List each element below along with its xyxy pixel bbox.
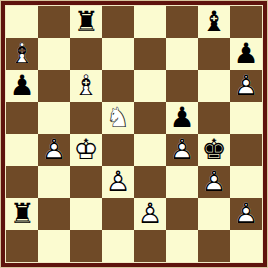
square-c5[interactable] bbox=[70, 102, 102, 134]
square-f6[interactable] bbox=[166, 70, 198, 102]
board-outer-edge: ♜♝♝♗♟♟♝♗♟♙♞♘♟♟♙♚♔♟♙♚♟♙♟♙♜♟♙♟♙ bbox=[0, 0, 268, 268]
white-pawn-outline: ♙ bbox=[198, 166, 230, 198]
black-pawn-piece: ♟ bbox=[166, 102, 198, 134]
square-h3[interactable] bbox=[230, 166, 262, 198]
square-h6[interactable]: ♟♙ bbox=[230, 70, 262, 102]
square-e6[interactable] bbox=[134, 70, 166, 102]
square-f1[interactable] bbox=[166, 230, 198, 262]
white-pawn-piece: ♟ bbox=[134, 198, 166, 230]
white-knight-outline: ♘ bbox=[102, 102, 134, 134]
white-bishop-piece: ♝ bbox=[70, 70, 102, 102]
white-bishop-piece: ♝ bbox=[6, 38, 38, 70]
white-king-piece: ♚ bbox=[70, 134, 102, 166]
square-c6[interactable]: ♝♗ bbox=[70, 70, 102, 102]
white-pawn-outline: ♙ bbox=[102, 166, 134, 198]
square-d6[interactable] bbox=[102, 70, 134, 102]
square-c8[interactable]: ♜ bbox=[70, 6, 102, 38]
square-d3[interactable]: ♟♙ bbox=[102, 166, 134, 198]
black-rook-piece: ♜ bbox=[70, 6, 102, 38]
white-pawn-piece: ♟ bbox=[38, 134, 70, 166]
black-pawn-piece: ♟ bbox=[6, 70, 38, 102]
square-b6[interactable] bbox=[38, 70, 70, 102]
square-b8[interactable] bbox=[38, 6, 70, 38]
square-b1[interactable] bbox=[38, 230, 70, 262]
square-a4[interactable] bbox=[6, 134, 38, 166]
square-f5[interactable]: ♟ bbox=[166, 102, 198, 134]
square-b4[interactable]: ♟♙ bbox=[38, 134, 70, 166]
square-h4[interactable] bbox=[230, 134, 262, 166]
square-a2[interactable]: ♜ bbox=[6, 198, 38, 230]
white-pawn-piece: ♟ bbox=[198, 166, 230, 198]
square-a5[interactable] bbox=[6, 102, 38, 134]
square-h8[interactable] bbox=[230, 6, 262, 38]
square-a1[interactable] bbox=[6, 230, 38, 262]
black-king-piece: ♚ bbox=[198, 134, 230, 166]
white-knight-piece: ♞ bbox=[102, 102, 134, 134]
white-pawn-outline: ♙ bbox=[134, 198, 166, 230]
black-pawn-piece: ♟ bbox=[230, 38, 262, 70]
square-a7[interactable]: ♝♗ bbox=[6, 38, 38, 70]
square-b2[interactable] bbox=[38, 198, 70, 230]
square-d4[interactable] bbox=[102, 134, 134, 166]
square-e8[interactable] bbox=[134, 6, 166, 38]
white-king-outline: ♔ bbox=[70, 134, 102, 166]
square-e1[interactable] bbox=[134, 230, 166, 262]
square-d5[interactable]: ♞♘ bbox=[102, 102, 134, 134]
square-c2[interactable] bbox=[70, 198, 102, 230]
black-rook-piece: ♜ bbox=[6, 198, 38, 230]
square-d1[interactable] bbox=[102, 230, 134, 262]
square-g7[interactable] bbox=[198, 38, 230, 70]
square-d2[interactable] bbox=[102, 198, 134, 230]
square-a8[interactable] bbox=[6, 6, 38, 38]
square-b5[interactable] bbox=[38, 102, 70, 134]
white-pawn-piece: ♟ bbox=[166, 134, 198, 166]
square-g8[interactable]: ♝ bbox=[198, 6, 230, 38]
square-e3[interactable] bbox=[134, 166, 166, 198]
square-e2[interactable]: ♟♙ bbox=[134, 198, 166, 230]
square-g1[interactable] bbox=[198, 230, 230, 262]
white-pawn-piece: ♟ bbox=[230, 198, 262, 230]
square-c7[interactable] bbox=[70, 38, 102, 70]
square-g6[interactable] bbox=[198, 70, 230, 102]
square-g2[interactable] bbox=[198, 198, 230, 230]
white-bishop-outline: ♗ bbox=[6, 38, 38, 70]
square-a6[interactable]: ♟ bbox=[6, 70, 38, 102]
white-pawn-outline: ♙ bbox=[230, 70, 262, 102]
square-g3[interactable]: ♟♙ bbox=[198, 166, 230, 198]
square-e4[interactable] bbox=[134, 134, 166, 166]
square-h2[interactable]: ♟♙ bbox=[230, 198, 262, 230]
square-f4[interactable]: ♟♙ bbox=[166, 134, 198, 166]
board-frame: ♜♝♝♗♟♟♝♗♟♙♞♘♟♟♙♚♔♟♙♚♟♙♟♙♜♟♙♟♙ bbox=[1, 1, 267, 267]
square-h1[interactable] bbox=[230, 230, 262, 262]
white-pawn-outline: ♙ bbox=[38, 134, 70, 166]
square-g4[interactable]: ♚ bbox=[198, 134, 230, 166]
square-a3[interactable] bbox=[6, 166, 38, 198]
square-f7[interactable] bbox=[166, 38, 198, 70]
square-c3[interactable] bbox=[70, 166, 102, 198]
square-c4[interactable]: ♚♔ bbox=[70, 134, 102, 166]
square-f3[interactable] bbox=[166, 166, 198, 198]
square-d7[interactable] bbox=[102, 38, 134, 70]
square-b7[interactable] bbox=[38, 38, 70, 70]
square-e5[interactable] bbox=[134, 102, 166, 134]
square-f8[interactable] bbox=[166, 6, 198, 38]
square-h7[interactable]: ♟ bbox=[230, 38, 262, 70]
white-bishop-outline: ♗ bbox=[70, 70, 102, 102]
square-e7[interactable] bbox=[134, 38, 166, 70]
square-g5[interactable] bbox=[198, 102, 230, 134]
square-h5[interactable] bbox=[230, 102, 262, 134]
square-b3[interactable] bbox=[38, 166, 70, 198]
board-inner-line: ♜♝♝♗♟♟♝♗♟♙♞♘♟♟♙♚♔♟♙♚♟♙♟♙♜♟♙♟♙ bbox=[5, 5, 263, 263]
black-bishop-piece: ♝ bbox=[198, 6, 230, 38]
white-pawn-piece: ♟ bbox=[102, 166, 134, 198]
white-pawn-outline: ♙ bbox=[230, 198, 262, 230]
chess-board: ♜♝♝♗♟♟♝♗♟♙♞♘♟♟♙♚♔♟♙♚♟♙♟♙♜♟♙♟♙ bbox=[6, 6, 262, 262]
white-pawn-outline: ♙ bbox=[166, 134, 198, 166]
square-f2[interactable] bbox=[166, 198, 198, 230]
square-d8[interactable] bbox=[102, 6, 134, 38]
white-pawn-piece: ♟ bbox=[230, 70, 262, 102]
square-c1[interactable] bbox=[70, 230, 102, 262]
